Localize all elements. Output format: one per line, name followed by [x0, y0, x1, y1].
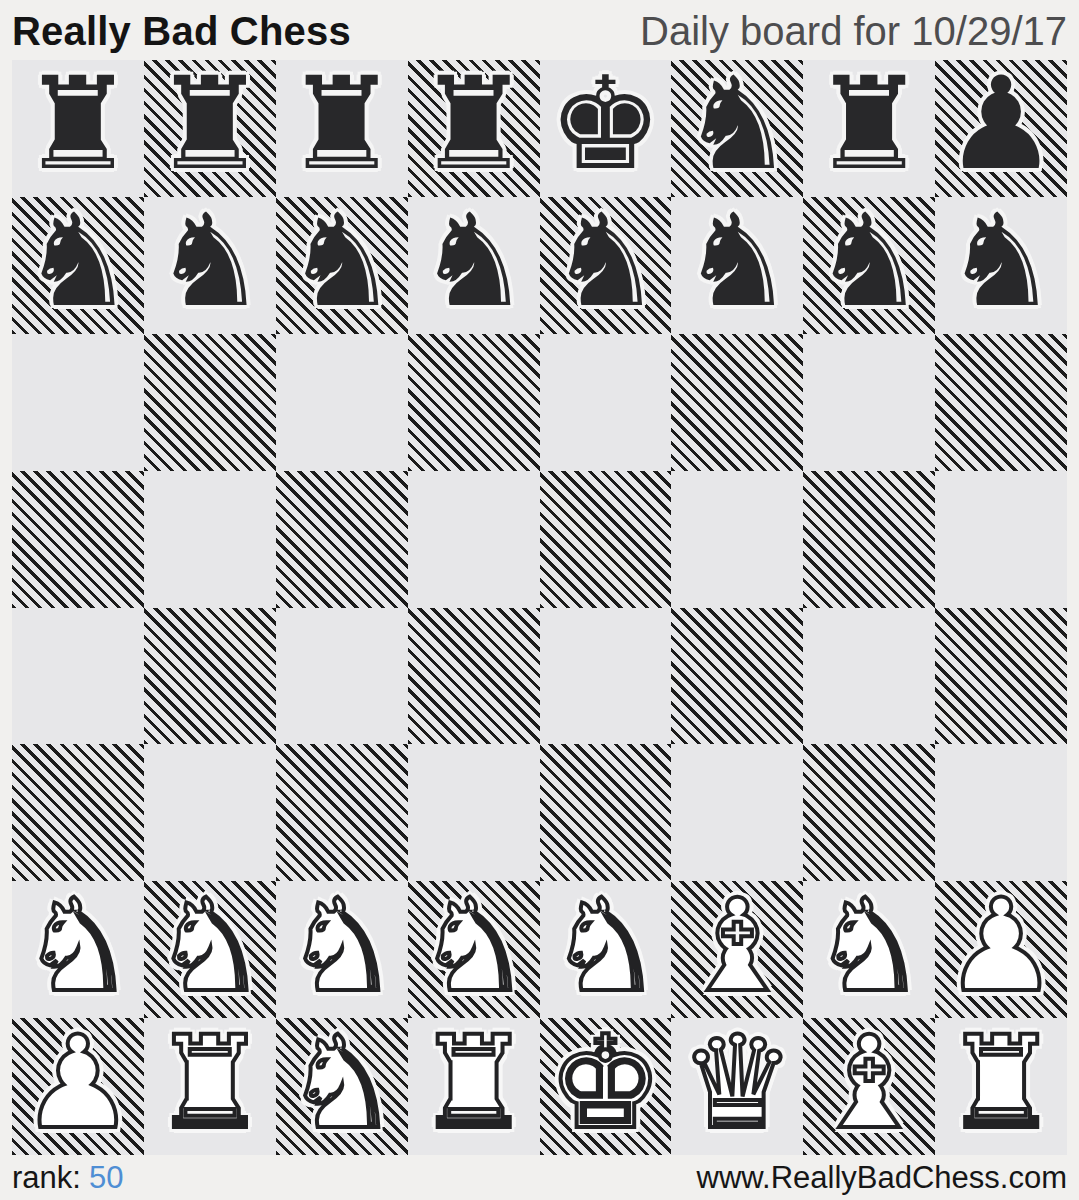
square-f3[interactable]: [671, 744, 803, 881]
square-g8[interactable]: ♜: [803, 60, 935, 197]
square-h3[interactable]: [935, 744, 1067, 881]
black-rook-piece: ♜: [812, 60, 927, 196]
square-b3[interactable]: [144, 744, 276, 881]
square-e3[interactable]: [540, 744, 672, 881]
square-f7[interactable]: ♞: [671, 197, 803, 334]
black-knight-piece: ♞: [548, 197, 663, 333]
black-knight-piece: ♞: [680, 197, 795, 333]
daily-board-date-label: Daily board for 10/29/17: [640, 9, 1067, 54]
square-g2[interactable]: ♞: [803, 881, 935, 1018]
square-b1[interactable]: ♜: [144, 1018, 276, 1155]
square-e1[interactable]: ♚: [540, 1018, 672, 1155]
black-pawn-piece: ♟: [944, 60, 1059, 196]
square-c4[interactable]: [276, 608, 408, 745]
square-h7[interactable]: ♞: [935, 197, 1067, 334]
square-g5[interactable]: [803, 471, 935, 608]
white-knight-piece: ♞: [284, 1019, 399, 1155]
black-king-piece: ♚: [548, 60, 663, 196]
website-link[interactable]: www.ReallyBadChess.com: [697, 1160, 1067, 1196]
chess-board: ♜♜♜♜♚♞♜♟♞♞♞♞♞♞♞♞♞♞♞♞♞♝♞♟♟♜♞♜♚♛♝♜: [12, 60, 1067, 1155]
square-g6[interactable]: [803, 334, 935, 471]
square-h8[interactable]: ♟: [935, 60, 1067, 197]
square-h2[interactable]: ♟: [935, 881, 1067, 1018]
white-knight-piece: ♞: [548, 882, 663, 1018]
square-d3[interactable]: [408, 744, 540, 881]
white-rook-piece: ♜: [152, 1019, 267, 1155]
square-a4[interactable]: [12, 608, 144, 745]
square-a3[interactable]: [12, 744, 144, 881]
square-e4[interactable]: [540, 608, 672, 745]
white-bishop-piece: ♝: [812, 1019, 927, 1155]
white-pawn-piece: ♟: [21, 1019, 136, 1155]
black-rook-piece: ♜: [21, 60, 136, 196]
white-knight-piece: ♞: [152, 882, 267, 1018]
square-b2[interactable]: ♞: [144, 881, 276, 1018]
square-d4[interactable]: [408, 608, 540, 745]
square-c3[interactable]: [276, 744, 408, 881]
white-bishop-piece: ♝: [680, 882, 795, 1018]
square-h5[interactable]: [935, 471, 1067, 608]
square-f6[interactable]: [671, 334, 803, 471]
rank-value[interactable]: 50: [89, 1160, 123, 1195]
black-rook-piece: ♜: [284, 60, 399, 196]
square-c1[interactable]: ♞: [276, 1018, 408, 1155]
square-f5[interactable]: [671, 471, 803, 608]
black-rook-piece: ♜: [416, 60, 531, 196]
square-g3[interactable]: [803, 744, 935, 881]
square-h4[interactable]: [935, 608, 1067, 745]
square-e8[interactable]: ♚: [540, 60, 672, 197]
white-knight-piece: ♞: [284, 882, 399, 1018]
square-d5[interactable]: [408, 471, 540, 608]
white-king-piece: ♚: [548, 1019, 663, 1155]
square-a8[interactable]: ♜: [12, 60, 144, 197]
square-b6[interactable]: [144, 334, 276, 471]
square-a5[interactable]: [12, 471, 144, 608]
white-queen-piece: ♛: [680, 1019, 795, 1155]
square-f4[interactable]: [671, 608, 803, 745]
square-f8[interactable]: ♞: [671, 60, 803, 197]
white-rook-piece: ♜: [944, 1019, 1059, 1155]
square-d1[interactable]: ♜: [408, 1018, 540, 1155]
square-g4[interactable]: [803, 608, 935, 745]
square-c6[interactable]: [276, 334, 408, 471]
square-c7[interactable]: ♞: [276, 197, 408, 334]
white-knight-piece: ♞: [812, 882, 927, 1018]
app-title: Really Bad Chess: [12, 9, 351, 54]
black-knight-piece: ♞: [944, 197, 1059, 333]
square-d2[interactable]: ♞: [408, 881, 540, 1018]
black-knight-piece: ♞: [152, 197, 267, 333]
square-e7[interactable]: ♞: [540, 197, 672, 334]
white-pawn-piece: ♟: [944, 882, 1059, 1018]
square-d6[interactable]: [408, 334, 540, 471]
square-a7[interactable]: ♞: [12, 197, 144, 334]
black-knight-piece: ♞: [284, 197, 399, 333]
square-f2[interactable]: ♝: [671, 881, 803, 1018]
square-g1[interactable]: ♝: [803, 1018, 935, 1155]
square-c2[interactable]: ♞: [276, 881, 408, 1018]
square-c8[interactable]: ♜: [276, 60, 408, 197]
footer-bar: rank:50 www.ReallyBadChess.com: [0, 1155, 1079, 1200]
square-e6[interactable]: [540, 334, 672, 471]
square-b4[interactable]: [144, 608, 276, 745]
square-e5[interactable]: [540, 471, 672, 608]
square-g7[interactable]: ♞: [803, 197, 935, 334]
black-knight-piece: ♞: [680, 60, 795, 196]
rank-label: rank:: [12, 1160, 81, 1195]
white-knight-piece: ♞: [416, 882, 531, 1018]
white-knight-piece: ♞: [21, 882, 136, 1018]
square-e2[interactable]: ♞: [540, 881, 672, 1018]
black-knight-piece: ♞: [21, 197, 136, 333]
square-c5[interactable]: [276, 471, 408, 608]
white-rook-piece: ♜: [416, 1019, 531, 1155]
square-a1[interactable]: ♟: [12, 1018, 144, 1155]
rank-group: rank:50: [12, 1160, 123, 1196]
square-b7[interactable]: ♞: [144, 197, 276, 334]
square-a2[interactable]: ♞: [12, 881, 144, 1018]
square-b8[interactable]: ♜: [144, 60, 276, 197]
square-b5[interactable]: [144, 471, 276, 608]
square-d8[interactable]: ♜: [408, 60, 540, 197]
black-knight-piece: ♞: [416, 197, 531, 333]
square-a6[interactable]: [12, 334, 144, 471]
square-h1[interactable]: ♜: [935, 1018, 1067, 1155]
square-h6[interactable]: [935, 334, 1067, 471]
square-f1[interactable]: ♛: [671, 1018, 803, 1155]
black-knight-piece: ♞: [812, 197, 927, 333]
square-d7[interactable]: ♞: [408, 197, 540, 334]
black-rook-piece: ♜: [152, 60, 267, 196]
